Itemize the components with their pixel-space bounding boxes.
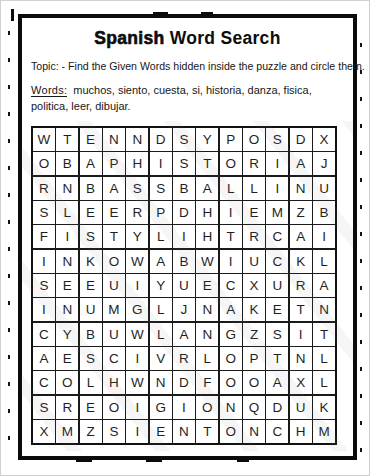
grid-cell[interactable]: L [313, 250, 335, 273]
grid-cell[interactable]: I [126, 347, 148, 370]
grid-cell[interactable]: I [126, 396, 148, 419]
grid-cell[interactable]: E [243, 201, 265, 224]
grid-cell[interactable]: E [56, 274, 78, 297]
grid-cell[interactable]: N [290, 177, 312, 200]
topic-line: Topic: - Find the Given Words hidden ins… [31, 60, 349, 74]
grid-cell[interactable]: O [220, 420, 242, 443]
grid-cell[interactable]: D [290, 128, 312, 151]
words-line: Words: muchos, siento, cuesta, si, histo… [31, 82, 343, 115]
grid-cell[interactable]: O [103, 250, 125, 273]
grid-cell[interactable]: I [313, 225, 335, 248]
grid-cell[interactable]: T [196, 152, 218, 175]
grid-cell[interactable]: C [103, 347, 125, 370]
grid-cell[interactable]: S [266, 323, 288, 346]
grid-cell[interactable]: S [150, 177, 172, 200]
grid-cell[interactable]: E [80, 128, 102, 151]
grid-cell[interactable]: B [173, 250, 195, 273]
words-label-underline: Words: [31, 84, 67, 98]
grid-cell[interactable]: S [266, 128, 288, 151]
grid-cell[interactable]: S [126, 177, 148, 200]
grid-cell[interactable]: L [220, 177, 242, 200]
grid-cell[interactable]: G [220, 323, 242, 346]
grid-cell[interactable]: S [103, 420, 125, 443]
grid-cell[interactable]: U [266, 274, 288, 297]
grid-cell[interactable]: I [126, 274, 148, 297]
grid-cell[interactable]: X [243, 274, 265, 297]
grid-cell[interactable]: E [80, 274, 102, 297]
grid-cell[interactable]: A [290, 152, 312, 175]
grid-cell[interactable]: K [290, 250, 312, 273]
grid-cell[interactable]: N [56, 250, 78, 273]
grid-cell[interactable]: O [243, 128, 265, 151]
grid-cell[interactable]: S [80, 225, 102, 248]
grid-cell[interactable]: C [266, 420, 288, 443]
grid-cell[interactable]: N [56, 298, 78, 321]
grid-cell[interactable]: Z [243, 323, 265, 346]
grid-cell[interactable]: Y [196, 128, 218, 151]
grid-cell[interactable]: L [313, 371, 335, 394]
grid-cell[interactable]: W [126, 371, 148, 394]
grid-cell[interactable]: C [266, 250, 288, 273]
grid-cell[interactable]: L [150, 298, 172, 321]
grid-cell[interactable]: O [220, 152, 242, 175]
grid-cell[interactable]: H [103, 371, 125, 394]
words-list: muchos, siento, cuesta, si, historia, da… [31, 84, 312, 113]
grid-cell[interactable]: O [56, 371, 78, 394]
grid-cell[interactable]: C [266, 225, 288, 248]
grid-cell[interactable]: T [103, 225, 125, 248]
grid-cell[interactable]: I [266, 152, 288, 175]
grid-cell[interactable]: D [173, 371, 195, 394]
grid-cell[interactable]: X [290, 371, 312, 394]
grid-cell[interactable]: X [33, 420, 55, 443]
grid-cell[interactable]: L [150, 225, 172, 248]
grid-cell[interactable]: K [313, 396, 335, 419]
grid-cell[interactable]: K [80, 250, 102, 273]
grid-cell[interactable]: Y [56, 323, 78, 346]
grid-cell[interactable]: R [56, 396, 78, 419]
grid-cell[interactable]: Z [80, 420, 102, 443]
grid-cell[interactable]: R [243, 152, 265, 175]
grid-cell[interactable]: P [220, 128, 242, 151]
grid-cell[interactable]: D [173, 201, 195, 224]
grid-cell[interactable]: A [313, 274, 335, 297]
grid-cell[interactable]: O [220, 371, 242, 394]
grid-cell[interactable]: M [103, 298, 125, 321]
grid-cell[interactable]: P [103, 152, 125, 175]
grid-cell[interactable]: W [196, 250, 218, 273]
grid-cell[interactable]: I [150, 152, 172, 175]
grid-cell[interactable]: Z [290, 201, 312, 224]
grid-cell[interactable]: O [33, 152, 55, 175]
grid-cell[interactable]: L [56, 201, 78, 224]
grid-cell[interactable]: R [126, 201, 148, 224]
word-search-grid: WTENNDSYPOSDXOBAPHISTORIAJRNBASSBALLINUS… [31, 126, 337, 445]
grid-cell[interactable]: I [220, 201, 242, 224]
grid-cell[interactable]: S [33, 274, 55, 297]
grid-cell[interactable]: X [313, 128, 335, 151]
grid-cell[interactable]: O [220, 347, 242, 370]
grid-cell[interactable]: S [173, 152, 195, 175]
grid-cell[interactable]: N [103, 128, 125, 151]
grid-cell[interactable]: W [126, 250, 148, 273]
grid-cell[interactable]: A [103, 177, 125, 200]
grid-cell[interactable]: B [173, 177, 195, 200]
grid-cell[interactable]: L [313, 347, 335, 370]
page-title: Spanish Word Search [26, 28, 349, 49]
grid-cell[interactable]: L [196, 347, 218, 370]
grid-cell[interactable]: U [313, 177, 335, 200]
grid-cell[interactable]: N [196, 323, 218, 346]
grid-cell[interactable]: N [56, 177, 78, 200]
grid-cell[interactable]: E [150, 420, 172, 443]
grid-cell[interactable]: S [33, 396, 55, 419]
grid-cell[interactable]: N [313, 298, 335, 321]
words-colon: : [64, 84, 67, 96]
grid-cell[interactable]: I [266, 177, 288, 200]
grid-cell[interactable]: A [33, 347, 55, 370]
scan-edge-dots-left [8, 31, 10, 453]
grid-cell[interactable]: L [150, 323, 172, 346]
words-label: Words [31, 84, 64, 96]
grid-cell[interactable]: H [290, 420, 312, 443]
grid-cell[interactable]: N [220, 396, 242, 419]
grid-cell[interactable]: B [80, 323, 102, 346]
grid-cell[interactable]: S [33, 201, 55, 224]
grid-cell[interactable]: U [103, 274, 125, 297]
grid-cell[interactable]: M [313, 420, 335, 443]
grid-cell[interactable]: A [196, 177, 218, 200]
grid-cell[interactable]: K [243, 298, 265, 321]
grid-cell[interactable]: L [80, 371, 102, 394]
grid-cell[interactable]: V [150, 347, 172, 370]
grid-cell[interactable]: T [266, 347, 288, 370]
grid-cell[interactable]: I [56, 225, 78, 248]
grid-cell[interactable]: F [196, 371, 218, 394]
worksheet-page: Spanish Word Search Topic: - Find the Gi… [0, 0, 370, 476]
grid-cell[interactable]: Q [243, 396, 265, 419]
grid-cell[interactable]: S [80, 347, 102, 370]
title-accent: Spanish [94, 28, 164, 48]
grid-cell[interactable]: R [173, 347, 195, 370]
grid-cell[interactable]: L [243, 177, 265, 200]
grid-cell[interactable]: D [150, 128, 172, 151]
grid-cell[interactable]: B [313, 201, 335, 224]
scan-mark [11, 9, 14, 21]
grid-cell[interactable]: R [290, 274, 312, 297]
title-rest: Word Search [165, 28, 281, 48]
grid-cell[interactable]: U [80, 298, 102, 321]
grid-cell[interactable]: G [150, 396, 172, 419]
grid-cell[interactable]: I [33, 250, 55, 273]
grid-cell[interactable]: S [173, 128, 195, 151]
scan-edge-dots-right [360, 31, 362, 453]
grid-cell[interactable]: A [266, 371, 288, 394]
grid-cell[interactable]: I [126, 420, 148, 443]
grid-cell[interactable]: P [243, 347, 265, 370]
grid-cell[interactable]: U [173, 274, 195, 297]
grid-cell[interactable]: A [150, 250, 172, 273]
grid-cell[interactable]: Y [150, 274, 172, 297]
grid-cell[interactable]: W [33, 128, 55, 151]
grid-cell[interactable]: H [196, 225, 218, 248]
grid-cell[interactable]: N [173, 420, 195, 443]
grid-cell[interactable]: E [266, 298, 288, 321]
grid-cell[interactable]: R [243, 225, 265, 248]
grid-cell[interactable]: A [220, 298, 242, 321]
grid-cell[interactable]: T [220, 225, 242, 248]
grid-cell[interactable]: W [126, 323, 148, 346]
grid-cell[interactable]: M [266, 201, 288, 224]
grid-cell[interactable]: T [313, 323, 335, 346]
grid-cell[interactable]: A [80, 152, 102, 175]
grid-cell[interactable]: T [290, 298, 312, 321]
grid-cell[interactable]: O [243, 371, 265, 394]
grid-cell[interactable]: O [196, 396, 218, 419]
grid-cell[interactable]: N [150, 371, 172, 394]
grid-cell[interactable]: N [126, 128, 148, 151]
grid-cell[interactable]: A [173, 323, 195, 346]
grid-cell[interactable]: M [56, 420, 78, 443]
grid-cell[interactable]: U [243, 250, 265, 273]
grid-cell[interactable]: U [103, 323, 125, 346]
grid-cell[interactable]: E [196, 274, 218, 297]
grid-cell[interactable]: N [196, 298, 218, 321]
grid-cell[interactable]: I [220, 250, 242, 273]
grid-cell[interactable]: B [56, 152, 78, 175]
grid-cell[interactable]: B [80, 177, 102, 200]
grid-cell[interactable]: J [313, 152, 335, 175]
grid-cell[interactable]: C [220, 274, 242, 297]
grid-cell[interactable]: U [290, 396, 312, 419]
grid-cell[interactable]: N [243, 420, 265, 443]
grid-cell[interactable]: N [290, 347, 312, 370]
grid-cell[interactable]: O [103, 396, 125, 419]
grid-cell[interactable]: C [33, 371, 55, 394]
grid-cell[interactable]: J [173, 298, 195, 321]
grid-cell[interactable]: H [126, 152, 148, 175]
grid-cell[interactable]: I [173, 396, 195, 419]
grid-cell[interactable]: T [196, 420, 218, 443]
grid-cell[interactable]: D [266, 396, 288, 419]
grid-cell[interactable]: I [173, 225, 195, 248]
grid-cell[interactable]: C [33, 323, 55, 346]
grid-cell[interactable]: E [56, 347, 78, 370]
grid-cell[interactable]: E [80, 396, 102, 419]
grid-cell[interactable]: R [33, 177, 55, 200]
grid-cell[interactable]: F [33, 225, 55, 248]
grid-cell[interactable]: I [33, 298, 55, 321]
grid-cell[interactable]: G [126, 298, 148, 321]
grid-cell[interactable]: P [150, 201, 172, 224]
grid-cell[interactable]: E [103, 201, 125, 224]
grid-cell[interactable]: A [290, 225, 312, 248]
grid-cell[interactable]: Y [126, 225, 148, 248]
grid-cell[interactable]: H [196, 201, 218, 224]
grid-cell[interactable]: T [56, 128, 78, 151]
grid-cell[interactable]: E [80, 201, 102, 224]
grid-cell[interactable]: I [290, 323, 312, 346]
